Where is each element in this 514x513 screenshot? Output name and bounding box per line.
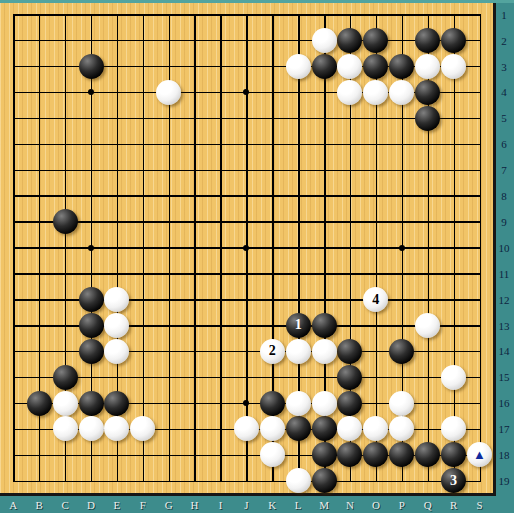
column-label-F: F <box>130 497 156 513</box>
black-stone-O18[interactable] <box>363 442 388 467</box>
black-stone-L13[interactable]: 1 <box>286 313 311 338</box>
black-stone-D14[interactable] <box>79 339 104 364</box>
white-stone-K18[interactable] <box>260 442 285 467</box>
black-stone-N15[interactable] <box>337 365 362 390</box>
black-stone-R2[interactable] <box>441 28 466 53</box>
black-stone-D3[interactable] <box>79 54 104 79</box>
black-stone-M3[interactable] <box>312 54 337 79</box>
black-stone-D16[interactable] <box>79 391 104 416</box>
row-label-18: 18 <box>494 448 514 462</box>
black-stone-R19[interactable]: 3 <box>441 468 466 493</box>
black-stone-R18[interactable] <box>441 442 466 467</box>
black-stone-P18[interactable] <box>389 442 414 467</box>
go-board[interactable]: 1342▲ <box>0 2 492 494</box>
white-stone-L16[interactable] <box>286 391 311 416</box>
black-stone-Q4[interactable] <box>415 80 440 105</box>
white-stone-K17[interactable] <box>260 416 285 441</box>
row-label-13: 13 <box>494 319 514 333</box>
white-stone-L19[interactable] <box>286 468 311 493</box>
row-label-6: 6 <box>494 137 514 151</box>
white-stone-O12[interactable]: 4 <box>363 287 388 312</box>
column-label-G: G <box>156 497 182 513</box>
row-label-3: 3 <box>494 60 514 74</box>
column-label-H: H <box>182 497 208 513</box>
white-stone-N3[interactable] <box>337 54 362 79</box>
black-stone-N16[interactable] <box>337 391 362 416</box>
column-label-Q: Q <box>415 497 441 513</box>
white-stone-P4[interactable] <box>389 80 414 105</box>
white-stone-D17[interactable] <box>79 416 104 441</box>
row-label-5: 5 <box>494 111 514 125</box>
black-stone-K16[interactable] <box>260 391 285 416</box>
row-label-12: 12 <box>494 293 514 307</box>
row-label-16: 16 <box>494 396 514 410</box>
black-stone-N14[interactable] <box>337 339 362 364</box>
white-stone-L14[interactable] <box>286 339 311 364</box>
column-label-N: N <box>337 497 363 513</box>
black-stone-M13[interactable] <box>312 313 337 338</box>
black-stone-D12[interactable] <box>79 287 104 312</box>
move-number-label: 2 <box>269 344 276 358</box>
black-stone-C9[interactable] <box>53 209 78 234</box>
white-stone-C17[interactable] <box>53 416 78 441</box>
white-stone-P16[interactable] <box>389 391 414 416</box>
move-number-label: 4 <box>372 293 379 307</box>
white-stone-O4[interactable] <box>363 80 388 105</box>
move-number-label: 1 <box>295 318 302 332</box>
white-stone-J17[interactable] <box>234 416 259 441</box>
white-stone-O17[interactable] <box>363 416 388 441</box>
row-label-14: 14 <box>494 344 514 358</box>
black-stone-M17[interactable] <box>312 416 337 441</box>
white-stone-K14[interactable]: 2 <box>260 339 285 364</box>
black-stone-O2[interactable] <box>363 28 388 53</box>
white-stone-R17[interactable] <box>441 416 466 441</box>
column-label-A: A <box>0 497 26 513</box>
row-label-11: 11 <box>494 267 514 281</box>
black-stone-N2[interactable] <box>337 28 362 53</box>
row-label-9: 9 <box>494 215 514 229</box>
column-label-P: P <box>389 497 415 513</box>
row-label-1: 1 <box>494 8 514 22</box>
column-label-R: R <box>441 497 467 513</box>
black-stone-Q5[interactable] <box>415 106 440 131</box>
white-stone-L3[interactable] <box>286 54 311 79</box>
go-app-window: 1342▲ ABCDEFGHIJKLMNOPQRS123456789101112… <box>0 0 514 513</box>
black-stone-Q18[interactable] <box>415 442 440 467</box>
move-number-label: 3 <box>450 474 457 488</box>
column-label-B: B <box>26 497 52 513</box>
white-stone-Q3[interactable] <box>415 54 440 79</box>
triangle-marker-icon: ▲ <box>473 448 486 461</box>
column-label-E: E <box>104 497 130 513</box>
row-label-10: 10 <box>494 241 514 255</box>
row-label-4: 4 <box>494 85 514 99</box>
column-label-C: C <box>52 497 78 513</box>
white-stone-S18[interactable]: ▲ <box>467 442 492 467</box>
black-stone-P14[interactable] <box>389 339 414 364</box>
black-stone-Q2[interactable] <box>415 28 440 53</box>
black-stone-D13[interactable] <box>79 313 104 338</box>
white-stone-M2[interactable] <box>312 28 337 53</box>
black-stone-P3[interactable] <box>389 54 414 79</box>
row-label-7: 7 <box>494 163 514 177</box>
black-stone-O3[interactable] <box>363 54 388 79</box>
white-stone-R15[interactable] <box>441 365 466 390</box>
white-stone-N4[interactable] <box>337 80 362 105</box>
column-label-L: L <box>285 497 311 513</box>
white-stone-E13[interactable] <box>104 313 129 338</box>
white-stone-M14[interactable] <box>312 339 337 364</box>
row-label-19: 19 <box>494 474 514 488</box>
black-stone-M18[interactable] <box>312 442 337 467</box>
white-stone-R3[interactable] <box>441 54 466 79</box>
white-stone-F17[interactable] <box>130 416 155 441</box>
column-label-I: I <box>208 497 234 513</box>
black-stone-M19[interactable] <box>312 468 337 493</box>
white-stone-M16[interactable] <box>312 391 337 416</box>
white-stone-P17[interactable] <box>389 416 414 441</box>
white-stone-G4[interactable] <box>156 80 181 105</box>
column-label-O: O <box>363 497 389 513</box>
white-stone-E12[interactable] <box>104 287 129 312</box>
black-stone-C15[interactable] <box>53 365 78 390</box>
row-label-15: 15 <box>494 370 514 384</box>
black-stone-N18[interactable] <box>337 442 362 467</box>
white-stone-E17[interactable] <box>104 416 129 441</box>
white-stone-C16[interactable] <box>53 391 78 416</box>
column-label-J: J <box>233 497 259 513</box>
column-label-D: D <box>78 497 104 513</box>
black-stone-E16[interactable] <box>104 391 129 416</box>
column-label-S: S <box>467 497 493 513</box>
white-stone-E14[interactable] <box>104 339 129 364</box>
row-label-17: 17 <box>494 422 514 436</box>
black-stone-L17[interactable] <box>286 416 311 441</box>
column-label-M: M <box>311 497 337 513</box>
row-label-8: 8 <box>494 189 514 203</box>
row-label-2: 2 <box>494 34 514 48</box>
white-stone-N17[interactable] <box>337 416 362 441</box>
column-label-K: K <box>259 497 285 513</box>
white-stone-Q13[interactable] <box>415 313 440 338</box>
black-stone-B16[interactable] <box>27 391 52 416</box>
